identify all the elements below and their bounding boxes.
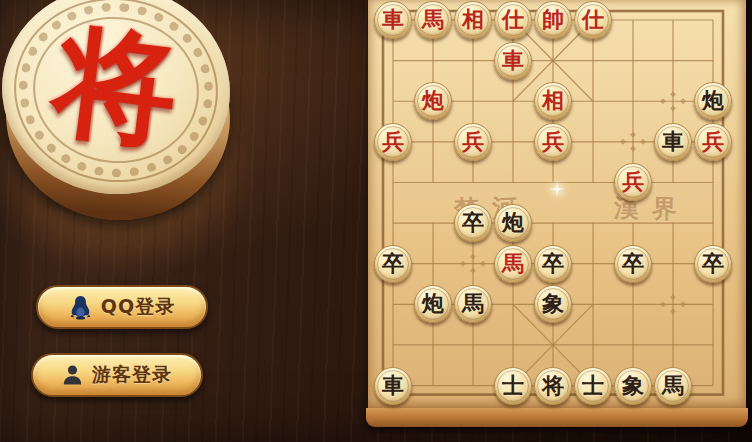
piece-red-兵[interactable]: 兵 xyxy=(374,123,412,161)
piece-character: 士 xyxy=(582,374,604,396)
piece-character: 卒 xyxy=(382,252,404,274)
xiangqi-board: 楚河 漢界 車馬相仕帥仕車炮相炮兵兵兵車兵兵卒炮卒馬卒卒卒炮馬象車士将士象馬 xyxy=(360,0,752,442)
piece-character: 馬 xyxy=(422,8,444,30)
qq-login-button[interactable]: QQ登录 xyxy=(36,285,208,329)
hero-piece-face: 将 xyxy=(0,0,240,205)
piece-character: 馬 xyxy=(462,292,484,314)
piece-character: 将 xyxy=(542,374,564,396)
piece-character: 炮 xyxy=(502,211,524,233)
piece-black-卒[interactable]: 卒 xyxy=(534,245,572,283)
piece-character: 象 xyxy=(622,374,644,396)
piece-red-相[interactable]: 相 xyxy=(454,1,492,39)
piece-character: 卒 xyxy=(622,252,644,274)
piece-red-兵[interactable]: 兵 xyxy=(534,123,572,161)
piece-character: 車 xyxy=(382,374,404,396)
piece-character: 兵 xyxy=(462,130,484,152)
piece-red-兵[interactable]: 兵 xyxy=(694,123,732,161)
guest-login-button[interactable]: 游客登录 xyxy=(31,353,203,397)
piece-black-卒[interactable]: 卒 xyxy=(374,245,412,283)
piece-character: 相 xyxy=(462,8,484,30)
piece-black-炮[interactable]: 炮 xyxy=(494,204,532,242)
piece-black-士[interactable]: 士 xyxy=(574,367,612,405)
piece-red-兵[interactable]: 兵 xyxy=(454,123,492,161)
qq-penguin-icon xyxy=(69,295,92,320)
piece-red-炮[interactable]: 炮 xyxy=(414,82,452,120)
piece-red-馬[interactable]: 馬 xyxy=(414,1,452,39)
piece-black-炮[interactable]: 炮 xyxy=(694,82,732,120)
piece-character: 卒 xyxy=(462,211,484,233)
piece-character: 馬 xyxy=(502,252,524,274)
piece-character: 兵 xyxy=(542,130,564,152)
piece-black-象[interactable]: 象 xyxy=(614,367,652,405)
piece-black-将[interactable]: 将 xyxy=(534,367,572,405)
piece-character: 兵 xyxy=(622,170,644,192)
piece-red-仕[interactable]: 仕 xyxy=(574,1,612,39)
piece-character: 兵 xyxy=(382,130,404,152)
piece-character: 車 xyxy=(662,130,684,152)
piece-character: 仕 xyxy=(582,8,604,30)
piece-black-士[interactable]: 士 xyxy=(494,367,532,405)
piece-character: 炮 xyxy=(422,292,444,314)
piece-red-車[interactable]: 車 xyxy=(494,42,532,80)
hero-general-character: 将 xyxy=(0,0,242,205)
piece-character: 仕 xyxy=(502,8,524,30)
piece-black-卒[interactable]: 卒 xyxy=(614,245,652,283)
piece-black-車[interactable]: 車 xyxy=(374,367,412,405)
piece-black-馬[interactable]: 馬 xyxy=(654,367,692,405)
piece-character: 象 xyxy=(542,292,564,314)
piece-character: 馬 xyxy=(662,374,684,396)
piece-character: 相 xyxy=(542,89,564,111)
piece-character: 卒 xyxy=(542,252,564,274)
piece-red-馬[interactable]: 馬 xyxy=(494,245,532,283)
hero-general-piece: 将 xyxy=(2,0,238,236)
login-screen: 将 QQ登录 游客登录 楚河 漢界 車馬相仕帥仕車炮相炮兵兵兵車兵兵卒炮卒馬卒卒… xyxy=(0,0,752,442)
piece-character: 士 xyxy=(502,374,524,396)
piece-character: 車 xyxy=(382,8,404,30)
piece-black-卒[interactable]: 卒 xyxy=(454,204,492,242)
piece-red-仕[interactable]: 仕 xyxy=(494,1,532,39)
qq-login-label: QQ登录 xyxy=(101,294,175,320)
piece-character: 車 xyxy=(502,49,524,71)
piece-red-車[interactable]: 車 xyxy=(374,1,412,39)
piece-red-帥[interactable]: 帥 xyxy=(534,1,572,39)
piece-red-相[interactable]: 相 xyxy=(534,82,572,120)
piece-character: 炮 xyxy=(422,89,444,111)
piece-character: 兵 xyxy=(702,130,724,152)
person-icon xyxy=(62,364,83,386)
piece-black-車[interactable]: 車 xyxy=(654,123,692,161)
piece-character: 卒 xyxy=(702,252,724,274)
guest-login-label: 游客登录 xyxy=(92,362,172,388)
piece-character: 帥 xyxy=(542,8,564,30)
piece-black-卒[interactable]: 卒 xyxy=(694,245,732,283)
piece-character: 炮 xyxy=(702,89,724,111)
